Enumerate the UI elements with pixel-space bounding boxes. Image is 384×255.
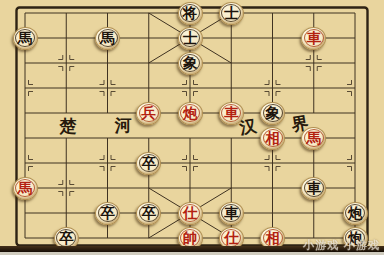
piece-glyph: 仕	[224, 231, 239, 246]
board-point[interactable]: 馬	[293, 126, 334, 151]
board-point[interactable]: 車	[211, 201, 252, 226]
board-point[interactable]	[128, 176, 169, 201]
piece-glyph: 将	[183, 6, 198, 21]
piece-red-elephant[interactable]: 相	[260, 127, 285, 150]
piece-glyph: 馬	[100, 31, 115, 46]
piece-black-elephant[interactable]: 象	[260, 102, 285, 125]
piece-glyph: 馬	[18, 181, 33, 196]
board-point[interactable]: 炮	[334, 201, 375, 226]
board-point[interactable]	[87, 76, 128, 101]
board-point[interactable]: 卒	[128, 151, 169, 176]
piece-glyph: 車	[307, 181, 322, 196]
board-point[interactable]	[293, 101, 334, 126]
piece-glyph: 帥	[183, 231, 198, 246]
piece-black-advisor[interactable]: 士	[219, 2, 244, 25]
board-point[interactable]: 仕	[169, 201, 210, 226]
board-point[interactable]	[128, 51, 169, 76]
piece-glyph: 象	[183, 56, 198, 71]
board-point[interactable]	[87, 151, 128, 176]
piece-red-cannon[interactable]: 炮	[178, 102, 203, 125]
board-point[interactable]: 馬	[4, 26, 45, 51]
piece-black-soldier[interactable]: 卒	[136, 152, 161, 175]
piece-glyph: 卒	[100, 206, 115, 221]
board-point[interactable]	[252, 51, 293, 76]
board-point[interactable]	[128, 1, 169, 26]
board-point[interactable]	[87, 126, 128, 151]
board-point[interactable]	[46, 176, 87, 201]
piece-glyph: 車	[224, 206, 239, 221]
piece-glyph: 馬	[18, 31, 33, 46]
board-point[interactable]	[252, 176, 293, 201]
piece-glyph: 兵	[142, 106, 157, 121]
board-point[interactable]	[252, 26, 293, 51]
board-point[interactable]	[211, 26, 252, 51]
piece-glyph: 相	[265, 231, 280, 246]
board-point[interactable]	[4, 1, 45, 26]
board-point[interactable]: 車	[293, 26, 334, 51]
piece-black-horse[interactable]: 馬	[95, 27, 120, 50]
board-point[interactable]	[211, 176, 252, 201]
board-point[interactable]	[293, 51, 334, 76]
board-point[interactable]	[252, 151, 293, 176]
board-point[interactable]	[169, 151, 210, 176]
board-point[interactable]	[4, 101, 45, 126]
piece-red-horse[interactable]: 馬	[301, 127, 326, 150]
xiangqi-board: 将士馬馬士車象兵炮車象相馬卒馬車卒卒仕車炮卒帥仕相炮	[4, 1, 375, 251]
board-point[interactable]	[293, 76, 334, 101]
board-point[interactable]: 卒	[128, 201, 169, 226]
board-point[interactable]	[334, 26, 375, 51]
board-point[interactable]: 士	[169, 26, 210, 51]
piece-glyph: 士	[224, 6, 239, 21]
board-point[interactable]	[46, 101, 87, 126]
piece-black-chariot[interactable]: 車	[219, 202, 244, 225]
piece-black-horse[interactable]: 馬	[13, 27, 38, 50]
board-point[interactable]	[334, 76, 375, 101]
board-point[interactable]	[46, 76, 87, 101]
piece-glyph: 士	[183, 31, 198, 46]
piece-glyph: 炮	[348, 206, 363, 221]
board-point[interactable]	[334, 1, 375, 26]
board-point[interactable]	[334, 176, 375, 201]
piece-black-chariot[interactable]: 車	[301, 177, 326, 200]
board-point[interactable]	[46, 126, 87, 151]
board-point[interactable]	[252, 76, 293, 101]
piece-red-horse[interactable]: 馬	[13, 177, 38, 200]
piece-black-advisor[interactable]: 士	[178, 27, 203, 50]
board-point[interactable]	[211, 126, 252, 151]
board-point[interactable]	[4, 151, 45, 176]
board-point[interactable]: 相	[252, 126, 293, 151]
piece-glyph: 卒	[142, 206, 157, 221]
board-point[interactable]: 象	[169, 51, 210, 76]
board-point[interactable]	[211, 51, 252, 76]
piece-glyph: 卒	[142, 156, 157, 171]
board-point[interactable]	[4, 76, 45, 101]
site-watermark: 小游戏 小游戏	[303, 238, 380, 253]
board-point[interactable]: 車	[211, 101, 252, 126]
piece-black-soldier[interactable]: 卒	[136, 202, 161, 225]
board-point[interactable]	[46, 1, 87, 26]
board-point[interactable]	[46, 201, 87, 226]
board-point[interactable]	[334, 51, 375, 76]
board-point[interactable]	[87, 101, 128, 126]
piece-glyph: 卒	[59, 231, 74, 246]
board-point[interactable]	[169, 176, 210, 201]
board-point[interactable]	[46, 151, 87, 176]
board-point[interactable]	[46, 26, 87, 51]
piece-glyph: 車	[224, 106, 239, 121]
board-point[interactable]	[293, 1, 334, 26]
piece-glyph: 炮	[183, 106, 198, 121]
piece-black-elephant[interactable]: 象	[178, 52, 203, 75]
board-point[interactable]	[87, 1, 128, 26]
board-point[interactable]: 兵	[128, 101, 169, 126]
piece-black-soldier[interactable]: 卒	[95, 202, 120, 225]
board-point[interactable]	[211, 151, 252, 176]
xiangqi-board-screenshot: 将士馬馬士車象兵炮車象相馬卒馬車卒卒仕車炮卒帥仕相炮 楚河汉界 小游戏 小游戏	[0, 0, 384, 255]
board-point[interactable]	[334, 101, 375, 126]
board-point[interactable]: 車	[293, 176, 334, 201]
board-point[interactable]	[334, 151, 375, 176]
board-point[interactable]: 卒	[87, 201, 128, 226]
board-point[interactable]: 馬	[4, 176, 45, 201]
board-point[interactable]	[252, 201, 293, 226]
piece-glyph: 相	[265, 131, 280, 146]
piece-black-cannon[interactable]: 炮	[343, 202, 368, 225]
board-point[interactable]: 炮	[169, 101, 210, 126]
board-point[interactable]: 馬	[87, 26, 128, 51]
board-point[interactable]	[4, 51, 45, 76]
piece-red-advisor[interactable]: 仕	[178, 202, 203, 225]
board-point[interactable]	[293, 201, 334, 226]
board-point[interactable]	[169, 126, 210, 151]
board-point[interactable]	[87, 176, 128, 201]
board-point[interactable]: 将	[169, 1, 210, 26]
board-point[interactable]	[293, 151, 334, 176]
board-point[interactable]	[334, 126, 375, 151]
piece-glyph: 仕	[183, 206, 198, 221]
board-point[interactable]	[211, 76, 252, 101]
board-point[interactable]	[87, 51, 128, 76]
board-point[interactable]	[128, 126, 169, 151]
board-point[interactable]	[128, 26, 169, 51]
board-point[interactable]	[4, 126, 45, 151]
piece-red-chariot[interactable]: 車	[219, 102, 244, 125]
piece-glyph: 馬	[307, 131, 322, 146]
piece-red-chariot[interactable]: 車	[301, 27, 326, 50]
piece-glyph: 象	[265, 106, 280, 121]
board-point[interactable]: 士	[211, 1, 252, 26]
piece-glyph: 車	[307, 31, 322, 46]
piece-black-general[interactable]: 将	[178, 2, 203, 25]
board-point[interactable]	[169, 76, 210, 101]
board-point[interactable]	[46, 51, 87, 76]
piece-red-soldier[interactable]: 兵	[136, 102, 161, 125]
board-point[interactable]	[4, 201, 45, 226]
board-point[interactable]	[252, 1, 293, 26]
board-point[interactable]: 象	[252, 101, 293, 126]
board-point[interactable]	[128, 76, 169, 101]
